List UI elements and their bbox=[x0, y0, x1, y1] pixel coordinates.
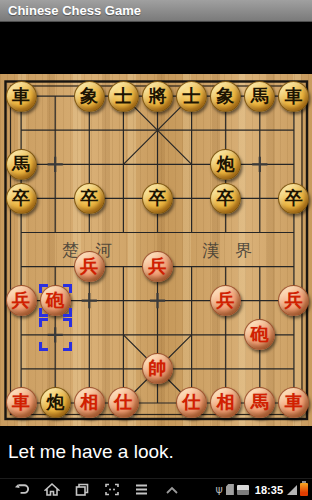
recents-button[interactable] bbox=[73, 482, 90, 498]
piece-black-卒[interactable]: 卒 bbox=[278, 183, 309, 214]
piece-black-象[interactable]: 象 bbox=[74, 81, 105, 112]
engine-message-text: Let me have a look. bbox=[8, 441, 174, 463]
piece-red-仕[interactable]: 仕 bbox=[108, 387, 139, 418]
engine-message-bar: Let me have a look. bbox=[0, 426, 312, 478]
piece-red-砲[interactable]: 砲 bbox=[40, 285, 71, 316]
piece-black-士[interactable]: 士 bbox=[176, 81, 207, 112]
sdcard-icon bbox=[226, 484, 234, 495]
piece-red-仕[interactable]: 仕 bbox=[176, 387, 207, 418]
piece-black-卒[interactable]: 卒 bbox=[74, 183, 105, 214]
signal-icon bbox=[287, 485, 297, 495]
piece-black-馬[interactable]: 馬 bbox=[244, 81, 275, 112]
piece-black-馬[interactable]: 馬 bbox=[6, 149, 37, 180]
piece-black-炮[interactable]: 炮 bbox=[40, 387, 71, 418]
piece-red-車[interactable]: 車 bbox=[6, 387, 37, 418]
piece-black-卒[interactable]: 卒 bbox=[6, 183, 37, 214]
battery-icon bbox=[300, 483, 308, 496]
piece-black-士[interactable]: 士 bbox=[108, 81, 139, 112]
android-nav-bar: ψ 18:35 bbox=[0, 478, 312, 500]
piece-black-象[interactable]: 象 bbox=[210, 81, 241, 112]
usb-icon: ψ bbox=[216, 483, 223, 496]
app-title: Chinese Chess Game bbox=[8, 3, 141, 18]
piece-black-車[interactable]: 車 bbox=[6, 81, 37, 112]
piece-red-車[interactable]: 車 bbox=[278, 387, 309, 418]
menu-button[interactable] bbox=[133, 482, 150, 498]
title-bar: Chinese Chess Game bbox=[0, 0, 312, 22]
piece-black-車[interactable]: 車 bbox=[278, 81, 309, 112]
phone-screen: Chinese Chess Game 楚河 漢界 車象士將士象馬車馬炮卒卒卒卒卒… bbox=[0, 0, 312, 500]
piece-red-兵[interactable]: 兵 bbox=[142, 251, 173, 282]
home-button[interactable] bbox=[43, 482, 60, 498]
piece-black-炮[interactable]: 炮 bbox=[210, 149, 241, 180]
chevron-up-icon[interactable] bbox=[163, 482, 180, 498]
piece-red-帥[interactable]: 帥 bbox=[142, 353, 173, 384]
piece-black-將[interactable]: 將 bbox=[142, 81, 173, 112]
board[interactable]: 楚河 漢界 車象士將士象馬車馬炮卒卒卒卒卒炮兵兵兵砲兵兵砲帥車相仕仕相馬車 bbox=[0, 74, 312, 426]
piece-red-相[interactable]: 相 bbox=[74, 387, 105, 418]
last-move-from-marker bbox=[39, 318, 72, 351]
back-button[interactable] bbox=[13, 482, 30, 498]
piece-red-兵[interactable]: 兵 bbox=[210, 285, 241, 316]
piece-black-卒[interactable]: 卒 bbox=[142, 183, 173, 214]
piece-red-馬[interactable]: 馬 bbox=[244, 387, 275, 418]
clock: 18:35 bbox=[255, 484, 283, 496]
piece-red-兵[interactable]: 兵 bbox=[278, 285, 309, 316]
piece-black-卒[interactable]: 卒 bbox=[210, 183, 241, 214]
capture-icon[interactable] bbox=[103, 482, 120, 498]
piece-red-兵[interactable]: 兵 bbox=[6, 285, 37, 316]
piece-red-砲[interactable]: 砲 bbox=[244, 319, 275, 350]
screenshot-icon bbox=[237, 485, 249, 495]
piece-red-相[interactable]: 相 bbox=[210, 387, 241, 418]
piece-red-兵[interactable]: 兵 bbox=[74, 251, 105, 282]
board-grid[interactable]: 車象士將士象馬車馬炮卒卒卒卒卒炮兵兵兵砲兵兵砲帥車相仕仕相馬車 bbox=[4, 79, 311, 420]
